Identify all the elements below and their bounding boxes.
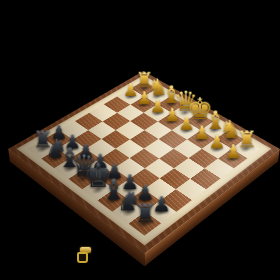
board-box-top: ♜♟♟♜♞♟♟♞♝♟♟♝♛♟♟♛♚♟♟♚♝♟♟♝♞♟♟♞♜♟♟♜ — [8, 71, 280, 253]
chessboard-grid: ♜♟♟♜♞♟♟♞♝♟♟♝♛♟♟♛♚♟♟♚♝♟♟♝♞♟♟♞♜♟♟♜ — [28, 81, 260, 236]
square-h2[interactable]: ♟ — [218, 149, 247, 169]
photo-background: ♜♟♟♜♞♟♟♞♝♟♟♝♛♟♟♛♚♟♟♚♝♟♟♝♞♟♟♞♜♟♟♜ — [0, 0, 280, 280]
pawn-glyph: ♟ — [207, 142, 260, 161]
rook-glyph: ♜ — [116, 201, 174, 227]
board-frame: ♜♟♟♜♞♟♟♞♝♟♟♝♛♟♟♛♚♟♟♚♝♟♟♝♞♟♟♞♜♟♟♜ — [17, 75, 272, 245]
brass-latch-hook — [77, 252, 88, 263]
square-h8[interactable]: ♜ — [128, 212, 161, 236]
chess-board: ♜♟♟♜♞♟♟♞♝♟♟♝♛♟♟♛♚♟♟♚♝♟♟♝♞♟♟♞♜♟♟♜ — [8, 71, 280, 253]
brass-latch — [76, 247, 94, 262]
